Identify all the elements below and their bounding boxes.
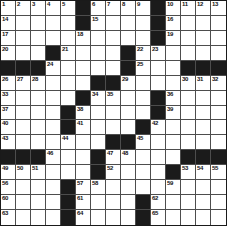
cell-r3c15[interactable] — [211, 31, 226, 46]
cell-r14c15[interactable] — [211, 195, 226, 210]
cell-r12c13[interactable]: 53 — [181, 165, 196, 180]
cell-r11c11[interactable] — [151, 150, 166, 165]
cell-r9c9[interactable] — [121, 120, 136, 135]
cell-r12c1[interactable]: 49 — [1, 165, 16, 180]
cell-r7c15[interactable] — [211, 91, 226, 106]
black-cell-r2c6 — [76, 16, 91, 31]
cell-r7c12[interactable]: 36 — [166, 91, 181, 106]
black-cell-r5c1 — [1, 61, 16, 76]
cell-r3c5[interactable] — [61, 31, 76, 46]
clue-number-22: 22 — [137, 46, 143, 53]
cell-r9c15[interactable] — [211, 120, 226, 135]
cell-r2c8[interactable] — [106, 16, 121, 31]
clue-number-34: 34 — [92, 91, 98, 98]
clue-number-51: 51 — [32, 165, 38, 172]
cell-r14c13[interactable] — [181, 195, 196, 210]
black-cell-r12c7 — [91, 165, 106, 180]
cell-r6c11[interactable] — [151, 76, 166, 91]
cell-r5c11[interactable] — [151, 61, 166, 76]
clue-number-40: 40 — [2, 120, 8, 127]
clue-number-9: 9 — [137, 1, 140, 8]
cell-r13c2[interactable] — [16, 180, 31, 195]
cell-r8c12[interactable]: 39 — [166, 106, 181, 121]
cell-r1c1[interactable]: 1 — [1, 1, 16, 16]
cell-r6c10[interactable] — [136, 76, 151, 91]
cell-r12c11[interactable] — [151, 165, 166, 180]
cell-r3c12[interactable]: 19 — [166, 31, 181, 46]
clue-number-45: 45 — [137, 135, 143, 142]
cell-r10c2[interactable] — [16, 135, 31, 150]
cell-r5c7[interactable] — [91, 61, 106, 76]
clue-number-30: 30 — [182, 76, 188, 83]
cell-r8c7[interactable] — [91, 106, 106, 121]
cell-r13c8[interactable] — [106, 180, 121, 195]
black-cell-r13c5 — [61, 180, 76, 195]
black-cell-r10c9 — [121, 135, 136, 150]
cell-r9c13[interactable] — [181, 120, 196, 135]
clue-number-15: 15 — [92, 16, 98, 23]
clue-number-14: 14 — [2, 16, 8, 23]
black-cell-r15c10 — [136, 210, 151, 225]
cell-r13c15[interactable] — [211, 180, 226, 195]
clue-number-7: 7 — [107, 1, 110, 8]
clue-number-5: 5 — [62, 1, 65, 8]
cell-r4c11[interactable]: 23 — [151, 46, 166, 61]
cell-r8c13[interactable] — [181, 106, 196, 121]
cell-r14c6[interactable]: 61 — [76, 195, 91, 210]
clue-number-57: 57 — [77, 180, 83, 187]
black-cell-r4c9 — [121, 46, 136, 61]
cell-r11c5[interactable] — [61, 150, 76, 165]
clue-number-3: 3 — [32, 1, 35, 8]
cell-r12c4[interactable] — [46, 165, 61, 180]
cell-r7c2[interactable] — [16, 91, 31, 106]
cell-r13c7[interactable]: 58 — [91, 180, 106, 195]
black-cell-r14c5 — [61, 195, 76, 210]
cell-r1c14[interactable]: 12 — [196, 1, 211, 16]
cell-r9c2[interactable] — [16, 120, 31, 135]
clue-number-53: 53 — [182, 165, 188, 172]
cell-r15c6[interactable]: 64 — [76, 210, 91, 225]
clue-number-35: 35 — [107, 91, 113, 98]
cell-r11c4[interactable]: 46 — [46, 150, 61, 165]
cell-r3c7[interactable] — [91, 31, 106, 46]
cell-r8c2[interactable] — [16, 106, 31, 121]
black-cell-r6c7 — [91, 76, 106, 91]
cell-r15c12[interactable] — [166, 210, 181, 225]
cell-r14c9[interactable] — [121, 195, 136, 210]
black-cell-r4c4 — [46, 46, 61, 61]
cell-r2c3[interactable] — [31, 16, 46, 31]
clue-number-48: 48 — [122, 150, 128, 157]
cell-r12c10[interactable] — [136, 165, 151, 180]
clue-number-39: 39 — [167, 106, 173, 113]
cell-r13c13[interactable] — [181, 180, 196, 195]
clue-number-4: 4 — [47, 1, 50, 8]
cell-r4c7[interactable] — [91, 46, 106, 61]
clue-number-37: 37 — [2, 106, 8, 113]
clue-number-25: 25 — [137, 61, 143, 68]
black-cell-r5c14 — [196, 61, 211, 76]
cell-r4c1[interactable]: 20 — [1, 46, 16, 61]
cell-r7c3[interactable] — [31, 91, 46, 106]
cell-r1c7[interactable]: 6 — [91, 1, 106, 16]
cell-r13c11[interactable] — [151, 180, 166, 195]
cell-r3c14[interactable] — [196, 31, 211, 46]
black-cell-r11c3 — [31, 150, 46, 165]
cell-r1c4[interactable]: 4 — [46, 1, 61, 16]
cell-r14c1[interactable]: 60 — [1, 195, 16, 210]
clue-number-26: 26 — [2, 76, 8, 83]
cell-r14c4[interactable] — [46, 195, 61, 210]
cell-r9c7[interactable] — [91, 120, 106, 135]
cell-r14c12[interactable] — [166, 195, 181, 210]
cell-r7c7[interactable]: 34 — [91, 91, 106, 106]
cell-r10c3[interactable] — [31, 135, 46, 150]
black-cell-r2c11 — [151, 16, 166, 31]
clue-number-13: 13 — [212, 1, 218, 8]
cell-r4c8[interactable] — [106, 46, 121, 61]
cell-r3c13[interactable] — [181, 31, 196, 46]
cell-r1c12[interactable]: 10 — [166, 1, 181, 16]
cell-r14c11[interactable]: 62 — [151, 195, 166, 210]
cell-r15c4[interactable] — [46, 210, 61, 225]
clue-number-1: 1 — [2, 1, 5, 8]
cell-r7c10[interactable] — [136, 91, 151, 106]
clue-number-16: 16 — [167, 16, 173, 23]
cell-r3c2[interactable] — [16, 31, 31, 46]
cell-r9c8[interactable] — [106, 120, 121, 135]
black-cell-r3c11 — [151, 31, 166, 46]
cell-r2c13[interactable] — [181, 16, 196, 31]
cell-r8c14[interactable] — [196, 106, 211, 121]
black-cell-r5c13 — [181, 61, 196, 76]
clue-number-23: 23 — [152, 46, 158, 53]
cell-r9c11[interactable]: 42 — [151, 120, 166, 135]
cell-r12c3[interactable]: 51 — [31, 165, 46, 180]
cell-r10c7[interactable] — [91, 135, 106, 150]
cell-r8c15[interactable] — [211, 106, 226, 121]
cell-r8c9[interactable] — [121, 106, 136, 121]
cell-r2c2[interactable] — [16, 16, 31, 31]
clue-number-36: 36 — [167, 91, 173, 98]
cell-r4c6[interactable] — [76, 46, 91, 61]
clue-number-54: 54 — [197, 165, 203, 172]
cell-r2c12[interactable]: 16 — [166, 16, 181, 31]
black-cell-r6c8 — [106, 76, 121, 91]
cell-r15c15[interactable] — [211, 210, 226, 225]
cell-r2c10[interactable] — [136, 16, 151, 31]
cell-r9c6[interactable]: 41 — [76, 120, 91, 135]
clue-number-44: 44 — [62, 135, 68, 142]
cell-r6c6[interactable] — [76, 76, 91, 91]
cell-r14c2[interactable] — [16, 195, 31, 210]
black-cell-r8c11 — [151, 106, 166, 121]
cell-r4c10[interactable]: 22 — [136, 46, 151, 61]
cell-r6c1[interactable]: 26 — [1, 76, 16, 91]
cell-r3c4[interactable] — [46, 31, 61, 46]
cell-r14c7[interactable] — [91, 195, 106, 210]
cell-r3c9[interactable] — [121, 31, 136, 46]
clue-number-41: 41 — [77, 120, 83, 127]
cell-r6c3[interactable]: 28 — [31, 76, 46, 91]
cell-r11c12[interactable] — [166, 150, 181, 165]
black-cell-r10c8 — [106, 135, 121, 150]
cell-r6c2[interactable]: 27 — [16, 76, 31, 91]
black-cell-r5c3 — [31, 61, 46, 76]
clue-number-8: 8 — [122, 1, 125, 8]
black-cell-r12c12 — [166, 165, 181, 180]
clue-number-19: 19 — [167, 31, 173, 38]
cell-r8c10[interactable] — [136, 106, 151, 121]
cell-r10c15[interactable] — [211, 135, 226, 150]
black-cell-r11c2 — [16, 150, 31, 165]
cell-r10c1[interactable]: 43 — [1, 135, 16, 150]
cell-r13c9[interactable] — [121, 180, 136, 195]
cell-r12c5[interactable] — [61, 165, 76, 180]
cell-r13c10[interactable] — [136, 180, 151, 195]
clue-number-28: 28 — [32, 76, 38, 83]
clue-number-33: 33 — [2, 91, 8, 98]
cell-r10c13[interactable] — [181, 135, 196, 150]
cell-r13c1[interactable]: 56 — [1, 180, 16, 195]
black-cell-r5c2 — [16, 61, 31, 76]
cell-r3c8[interactable] — [106, 31, 121, 46]
cell-r15c3[interactable] — [31, 210, 46, 225]
cell-r13c6[interactable]: 57 — [76, 180, 91, 195]
cell-r10c14[interactable] — [196, 135, 211, 150]
black-cell-r15c5 — [61, 210, 76, 225]
clue-number-61: 61 — [77, 195, 83, 202]
cell-r13c14[interactable] — [196, 180, 211, 195]
black-cell-r1c6 — [76, 1, 91, 16]
clue-number-6: 6 — [92, 1, 95, 8]
clue-number-12: 12 — [197, 1, 203, 8]
cell-r13c12[interactable]: 59 — [166, 180, 181, 195]
cell-r8c4[interactable] — [46, 106, 61, 121]
clue-number-47: 47 — [107, 150, 113, 157]
clue-number-31: 31 — [197, 76, 203, 83]
black-cell-r7c6 — [76, 91, 91, 106]
cell-r12c14[interactable]: 54 — [196, 165, 211, 180]
black-cell-r5c15 — [211, 61, 226, 76]
cell-r6c12[interactable] — [166, 76, 181, 91]
clue-number-17: 17 — [2, 31, 8, 38]
black-cell-r14c10 — [136, 195, 151, 210]
clue-number-46: 46 — [47, 150, 53, 157]
cell-r2c7[interactable]: 15 — [91, 16, 106, 31]
cell-r12c2[interactable]: 50 — [16, 165, 31, 180]
clue-number-43: 43 — [2, 135, 8, 142]
cell-r5c8[interactable] — [106, 61, 121, 76]
black-cell-r11c7 — [91, 150, 106, 165]
cell-r15c9[interactable] — [121, 210, 136, 225]
cell-r9c3[interactable] — [31, 120, 46, 135]
clue-number-24: 24 — [47, 61, 53, 68]
cell-r1c3[interactable]: 3 — [31, 1, 46, 16]
cell-r8c6[interactable]: 38 — [76, 106, 91, 121]
cell-r2c5[interactable] — [61, 16, 76, 31]
cell-r3c1[interactable]: 17 — [1, 31, 16, 46]
cell-r3c3[interactable] — [31, 31, 46, 46]
cell-r12c9[interactable] — [121, 165, 136, 180]
cell-r12c15[interactable]: 55 — [211, 165, 226, 180]
cell-r6c5[interactable] — [61, 76, 76, 91]
cell-r2c14[interactable] — [196, 16, 211, 31]
cell-r1c9[interactable]: 8 — [121, 1, 136, 16]
clue-number-11: 11 — [182, 1, 188, 8]
clue-number-32: 32 — [212, 76, 218, 83]
black-cell-r11c1 — [1, 150, 16, 165]
cell-r10c5[interactable]: 44 — [61, 135, 76, 150]
clue-number-49: 49 — [2, 165, 8, 172]
cell-r4c12[interactable] — [166, 46, 181, 61]
cell-r9c1[interactable]: 40 — [1, 120, 16, 135]
clue-number-63: 63 — [2, 210, 8, 217]
cell-r14c14[interactable] — [196, 195, 211, 210]
black-cell-r9c10 — [136, 120, 151, 135]
cell-r7c1[interactable]: 33 — [1, 91, 16, 106]
clue-number-62: 62 — [152, 195, 158, 202]
crossword-board: 1234567891011121314151617181920212223242… — [0, 0, 227, 226]
cell-r2c9[interactable] — [121, 16, 136, 31]
cell-r7c9[interactable] — [121, 91, 136, 106]
cell-r15c2[interactable] — [16, 210, 31, 225]
cell-r13c3[interactable] — [31, 180, 46, 195]
cell-r8c1[interactable]: 37 — [1, 106, 16, 121]
cell-r15c1[interactable]: 63 — [1, 210, 16, 225]
cell-r12c8[interactable]: 52 — [106, 165, 121, 180]
cell-r6c15[interactable]: 32 — [211, 76, 226, 91]
cell-r1c8[interactable]: 7 — [106, 1, 121, 16]
cell-r5c6[interactable] — [76, 61, 91, 76]
clue-number-29: 29 — [122, 76, 128, 83]
cell-r15c13[interactable] — [181, 210, 196, 225]
clue-number-59: 59 — [167, 180, 173, 187]
cell-r3c10[interactable] — [136, 31, 151, 46]
cell-r1c15[interactable]: 13 — [211, 1, 226, 16]
cell-r5c5[interactable] — [61, 61, 76, 76]
cell-r14c8[interactable] — [106, 195, 121, 210]
cell-r7c13[interactable] — [181, 91, 196, 106]
clue-number-58: 58 — [92, 180, 98, 187]
cell-r3c6[interactable]: 18 — [76, 31, 91, 46]
black-cell-r11c14 — [196, 150, 211, 165]
cell-r7c4[interactable] — [46, 91, 61, 106]
cell-r6c14[interactable]: 31 — [196, 76, 211, 91]
cell-r7c14[interactable] — [196, 91, 211, 106]
cell-r9c12[interactable] — [166, 120, 181, 135]
black-cell-r5c9 — [121, 61, 136, 76]
cell-r15c11[interactable]: 65 — [151, 210, 166, 225]
cell-r12c6[interactable] — [76, 165, 91, 180]
clue-number-50: 50 — [17, 165, 23, 172]
cell-r4c13[interactable] — [181, 46, 196, 61]
cell-r6c13[interactable]: 30 — [181, 76, 196, 91]
clue-number-60: 60 — [2, 195, 8, 202]
cell-r1c13[interactable]: 11 — [181, 1, 196, 16]
cell-r7c8[interactable]: 35 — [106, 91, 121, 106]
cell-r6c4[interactable] — [46, 76, 61, 91]
cell-r4c15[interactable] — [211, 46, 226, 61]
clue-number-65: 65 — [152, 210, 158, 217]
cell-r11c8[interactable]: 47 — [106, 150, 121, 165]
cell-r5c4[interactable]: 24 — [46, 61, 61, 76]
cell-r10c10[interactable]: 45 — [136, 135, 151, 150]
cell-r5c10[interactable]: 25 — [136, 61, 151, 76]
clue-number-42: 42 — [152, 120, 158, 127]
black-cell-r7c11 — [151, 91, 166, 106]
cell-r5c12[interactable] — [166, 61, 181, 76]
cell-r10c12[interactable] — [166, 135, 181, 150]
cell-r14c3[interactable] — [31, 195, 46, 210]
black-cell-r8c5 — [61, 106, 76, 121]
clue-number-55: 55 — [212, 165, 218, 172]
cell-r13c4[interactable] — [46, 180, 61, 195]
clue-number-52: 52 — [107, 165, 113, 172]
cell-r10c11[interactable] — [151, 135, 166, 150]
cell-r1c10[interactable]: 9 — [136, 1, 151, 16]
black-cell-r1c11 — [151, 1, 166, 16]
cell-r11c6[interactable] — [76, 150, 91, 165]
cell-r2c4[interactable] — [46, 16, 61, 31]
cell-r1c5[interactable]: 5 — [61, 1, 76, 16]
cell-r8c8[interactable] — [106, 106, 121, 121]
clue-number-38: 38 — [77, 106, 83, 113]
cell-r4c3[interactable] — [31, 46, 46, 61]
cell-r1c2[interactable]: 2 — [16, 1, 31, 16]
cell-r9c14[interactable] — [196, 120, 211, 135]
clue-number-64: 64 — [77, 210, 83, 217]
cell-r15c8[interactable] — [106, 210, 121, 225]
cell-r4c2[interactable] — [16, 46, 31, 61]
cell-r10c4[interactable] — [46, 135, 61, 150]
black-cell-r9c5 — [61, 120, 76, 135]
clue-number-56: 56 — [2, 180, 8, 187]
cell-r8c3[interactable] — [31, 106, 46, 121]
black-cell-r11c13 — [181, 150, 196, 165]
clue-number-21: 21 — [62, 46, 68, 53]
clue-number-2: 2 — [17, 1, 20, 8]
cell-r11c10[interactable] — [136, 150, 151, 165]
cell-r2c15[interactable] — [211, 16, 226, 31]
clue-number-27: 27 — [17, 76, 23, 83]
cell-r15c14[interactable] — [196, 210, 211, 225]
clue-number-10: 10 — [167, 1, 173, 8]
clue-number-18: 18 — [77, 31, 83, 38]
clue-number-20: 20 — [2, 46, 8, 53]
cell-r2c1[interactable]: 14 — [1, 16, 16, 31]
cell-r10c6[interactable] — [76, 135, 91, 150]
cell-r9c4[interactable] — [46, 120, 61, 135]
cell-r4c14[interactable] — [196, 46, 211, 61]
cell-r6c9[interactable]: 29 — [121, 76, 136, 91]
cell-r7c5[interactable] — [61, 91, 76, 106]
cell-r11c9[interactable]: 48 — [121, 150, 136, 165]
cell-r4c5[interactable]: 21 — [61, 46, 76, 61]
cell-r15c7[interactable] — [91, 210, 106, 225]
black-cell-r11c15 — [211, 150, 226, 165]
